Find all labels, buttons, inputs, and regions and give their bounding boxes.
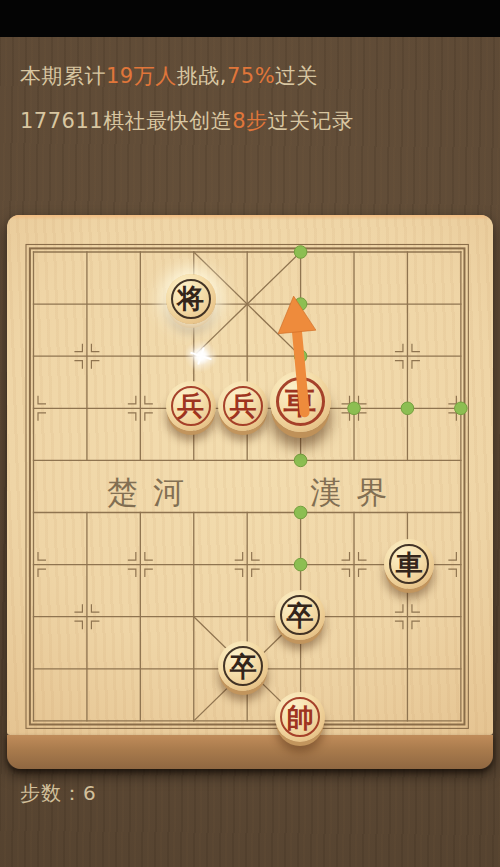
piece-black-chariot[interactable]: 車	[384, 539, 434, 589]
move-counter: 步数：6	[20, 780, 97, 807]
piece-red-general[interactable]: 帥	[275, 692, 325, 742]
status-bar	[0, 0, 500, 37]
move-counter-label: 步数：	[20, 781, 83, 805]
stats-highlight: 75%	[227, 64, 275, 88]
piece-character: 車	[396, 551, 423, 578]
piece-red-chariot[interactable]: 車	[270, 371, 331, 432]
stats-text: 挑战,	[177, 64, 227, 88]
app-screen: 本期累计19万人挑战,75%过关 177611棋社最快创造8步过关记录 楚河 漢…	[0, 0, 500, 867]
stats-text: 过关	[275, 64, 318, 88]
piece-character: 帥	[287, 704, 314, 731]
stats-text: 本期累计	[20, 64, 106, 88]
move-counter-value: 6	[83, 781, 97, 805]
piece-red-soldier[interactable]: 兵	[218, 381, 268, 431]
challenge-stats: 本期累计19万人挑战,75%过关 177611棋社最快创造8步过关记录	[20, 54, 490, 144]
piece-character: 兵	[230, 392, 257, 419]
stats-highlight: 19万人	[106, 64, 177, 88]
stats-line-1: 本期累计19万人挑战,75%过关	[20, 54, 490, 99]
piece-character: 車	[284, 385, 317, 418]
piece-black-soldier[interactable]: 卒	[218, 641, 268, 691]
stats-text: 过关记录	[268, 109, 354, 133]
piece-character: 卒	[230, 653, 257, 680]
stats-highlight: 8步	[232, 109, 267, 133]
piece-grid: 将兵兵車車卒卒帥	[7, 226, 488, 747]
stats-text: 177611棋社最快创造	[20, 109, 232, 133]
piece-character: 兵	[177, 392, 204, 419]
stats-line-2: 177611棋社最快创造8步过关记录	[20, 99, 490, 144]
piece-red-soldier[interactable]: 兵	[166, 381, 216, 431]
piece-black-general[interactable]: 将	[166, 274, 216, 324]
piece-black-soldier[interactable]: 卒	[275, 590, 325, 640]
piece-character: 卒	[287, 602, 314, 629]
piece-character: 将	[177, 285, 204, 312]
